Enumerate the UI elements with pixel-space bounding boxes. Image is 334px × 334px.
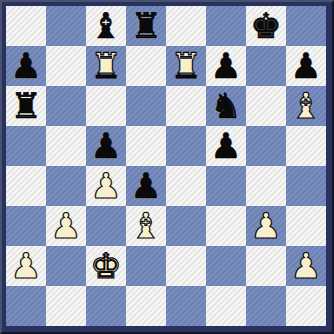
- square-f1[interactable]: [206, 286, 246, 326]
- square-b8[interactable]: [46, 6, 86, 46]
- piece-black-rook: ♜: [130, 6, 161, 46]
- piece-white-king: ♚: [90, 246, 121, 286]
- chess-app-window: ♝♜♚♟♜♜♟♟♜♞♝♟♟♟♟♟♝♟♟♚♟: [0, 0, 334, 334]
- square-f8[interactable]: [206, 6, 246, 46]
- piece-white-pawn: ♟: [90, 166, 121, 206]
- square-c3[interactable]: [86, 206, 126, 246]
- square-g1[interactable]: [246, 286, 286, 326]
- piece-white-pawn: ♟: [250, 206, 281, 246]
- square-b6[interactable]: [46, 86, 86, 126]
- square-e6[interactable]: [166, 86, 206, 126]
- piece-black-pawn: ♟: [210, 46, 241, 86]
- square-f3[interactable]: [206, 206, 246, 246]
- square-a8[interactable]: [6, 6, 46, 46]
- piece-white-rook: ♜: [170, 46, 201, 86]
- square-h6[interactable]: ♝: [286, 86, 326, 126]
- chess-board: ♝♜♚♟♜♜♟♟♜♞♝♟♟♟♟♟♝♟♟♚♟: [6, 6, 326, 326]
- square-a6[interactable]: ♜: [6, 86, 46, 126]
- square-a7[interactable]: ♟: [6, 46, 46, 86]
- square-h1[interactable]: [286, 286, 326, 326]
- square-d1[interactable]: [126, 286, 166, 326]
- square-g3[interactable]: ♟: [246, 206, 286, 246]
- piece-white-bishop: ♝: [130, 206, 161, 246]
- square-c2[interactable]: ♚: [86, 246, 126, 286]
- piece-black-pawn: ♟: [10, 46, 41, 86]
- square-e1[interactable]: [166, 286, 206, 326]
- square-h8[interactable]: [286, 6, 326, 46]
- square-c5[interactable]: ♟: [86, 126, 126, 166]
- piece-black-pawn: ♟: [90, 126, 121, 166]
- square-c7[interactable]: ♜: [86, 46, 126, 86]
- square-d2[interactable]: [126, 246, 166, 286]
- square-f2[interactable]: [206, 246, 246, 286]
- square-g4[interactable]: [246, 166, 286, 206]
- square-d6[interactable]: [126, 86, 166, 126]
- piece-black-king: ♚: [250, 6, 281, 46]
- square-e5[interactable]: [166, 126, 206, 166]
- piece-black-pawn: ♟: [290, 46, 321, 86]
- square-g8[interactable]: ♚: [246, 6, 286, 46]
- square-a1[interactable]: [6, 286, 46, 326]
- square-b3[interactable]: ♟: [46, 206, 86, 246]
- square-a4[interactable]: [6, 166, 46, 206]
- square-g5[interactable]: [246, 126, 286, 166]
- piece-white-bishop: ♝: [290, 86, 321, 126]
- square-h2[interactable]: ♟: [286, 246, 326, 286]
- square-f7[interactable]: ♟: [206, 46, 246, 86]
- square-d5[interactable]: [126, 126, 166, 166]
- piece-black-pawn: ♟: [130, 166, 161, 206]
- square-d3[interactable]: ♝: [126, 206, 166, 246]
- square-g6[interactable]: [246, 86, 286, 126]
- square-d4[interactable]: ♟: [126, 166, 166, 206]
- square-h7[interactable]: ♟: [286, 46, 326, 86]
- piece-white-rook: ♜: [90, 46, 121, 86]
- square-e4[interactable]: [166, 166, 206, 206]
- square-a5[interactable]: [6, 126, 46, 166]
- square-d7[interactable]: [126, 46, 166, 86]
- square-e3[interactable]: [166, 206, 206, 246]
- piece-black-knight: ♞: [210, 86, 241, 126]
- square-b5[interactable]: [46, 126, 86, 166]
- square-f4[interactable]: [206, 166, 246, 206]
- square-c1[interactable]: [86, 286, 126, 326]
- square-h4[interactable]: [286, 166, 326, 206]
- square-b2[interactable]: [46, 246, 86, 286]
- square-d8[interactable]: ♜: [126, 6, 166, 46]
- square-e8[interactable]: [166, 6, 206, 46]
- square-g7[interactable]: [246, 46, 286, 86]
- piece-black-rook: ♜: [10, 86, 41, 126]
- piece-black-bishop: ♝: [90, 6, 121, 46]
- square-a3[interactable]: [6, 206, 46, 246]
- square-b4[interactable]: [46, 166, 86, 206]
- square-c6[interactable]: [86, 86, 126, 126]
- piece-white-pawn: ♟: [10, 246, 41, 286]
- board-frame: ♝♜♚♟♜♜♟♟♜♞♝♟♟♟♟♟♝♟♟♚♟: [0, 0, 334, 334]
- square-e7[interactable]: ♜: [166, 46, 206, 86]
- square-f6[interactable]: ♞: [206, 86, 246, 126]
- square-g2[interactable]: [246, 246, 286, 286]
- square-b1[interactable]: [46, 286, 86, 326]
- square-f5[interactable]: ♟: [206, 126, 246, 166]
- square-b7[interactable]: [46, 46, 86, 86]
- square-h5[interactable]: [286, 126, 326, 166]
- square-a2[interactable]: ♟: [6, 246, 46, 286]
- piece-black-pawn: ♟: [210, 126, 241, 166]
- square-h3[interactable]: [286, 206, 326, 246]
- square-e2[interactable]: [166, 246, 206, 286]
- piece-white-pawn: ♟: [50, 206, 81, 246]
- square-c8[interactable]: ♝: [86, 6, 126, 46]
- square-c4[interactable]: ♟: [86, 166, 126, 206]
- piece-white-pawn: ♟: [290, 246, 321, 286]
